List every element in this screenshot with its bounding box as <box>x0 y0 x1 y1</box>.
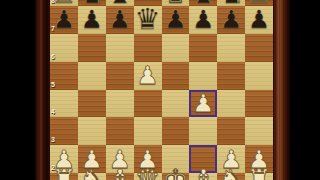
square-d3[interactable] <box>134 117 162 145</box>
rank-label-4: 4 <box>51 108 55 115</box>
rank-label-5: 5 <box>51 81 55 88</box>
white-king[interactable]: ♚ <box>162 166 188 180</box>
black-pawn[interactable]: ♟ <box>220 7 242 32</box>
square-e3[interactable] <box>162 117 190 145</box>
rank-label-6: 6 <box>51 53 55 60</box>
black-pawn[interactable]: ♟ <box>108 7 130 32</box>
square-f4[interactable]: ♟ <box>189 90 217 118</box>
square-b1[interactable]: ♞ <box>78 173 106 180</box>
square-d1[interactable]: ♛ <box>134 173 162 180</box>
square-g4[interactable] <box>217 90 245 118</box>
square-h1[interactable]: ♜ <box>245 173 273 180</box>
square-a7[interactable]: 7♟ <box>50 6 78 34</box>
square-d5[interactable]: ♟ <box>134 62 162 90</box>
square-b4[interactable] <box>78 90 106 118</box>
white-queen[interactable]: ♛ <box>135 166 161 180</box>
square-g7[interactable]: ♟ <box>217 6 245 34</box>
square-g6[interactable] <box>217 34 245 62</box>
rank-label-3: 3 <box>51 136 55 143</box>
white-knight[interactable]: ♞ <box>79 166 105 180</box>
square-a1[interactable]: 1♜ <box>50 173 78 180</box>
square-a3[interactable]: 3 <box>50 117 78 145</box>
square-e1[interactable]: ♚ <box>162 173 190 180</box>
square-g3[interactable] <box>217 117 245 145</box>
black-pawn[interactable]: ♟ <box>81 7 103 32</box>
rank-label-2: 2 <box>51 164 55 171</box>
rank-label-7: 7 <box>51 25 55 32</box>
square-g1[interactable]: ♞ <box>217 173 245 180</box>
square-b5[interactable] <box>78 62 106 90</box>
white-bishop[interactable]: ♝ <box>107 166 133 180</box>
square-e7[interactable]: ♟ <box>162 6 190 34</box>
square-a5[interactable]: 5 <box>50 62 78 90</box>
square-b6[interactable] <box>78 34 106 62</box>
square-a4[interactable]: 4 <box>50 90 78 118</box>
black-queen[interactable]: ♛ <box>135 5 161 34</box>
black-pawn[interactable]: ♟ <box>53 7 75 32</box>
square-f3[interactable] <box>189 117 217 145</box>
square-e6[interactable] <box>162 34 190 62</box>
white-bishop[interactable]: ♝ <box>190 166 216 180</box>
chess-board[interactable]: 8♜♞♝♚♝♞♜7♟♟♟♛♟♟♟♟65♟4♟32♟♟♟♟♟♟1♜♞♝♛♚♝♞♜ <box>50 0 273 180</box>
square-c1[interactable]: ♝ <box>106 173 134 180</box>
square-c3[interactable] <box>106 117 134 145</box>
square-f7[interactable]: ♟ <box>189 6 217 34</box>
black-pawn[interactable]: ♟ <box>164 7 186 32</box>
square-e4[interactable] <box>162 90 190 118</box>
square-g5[interactable] <box>217 62 245 90</box>
square-d6[interactable] <box>134 34 162 62</box>
black-pawn[interactable]: ♟ <box>192 7 214 32</box>
square-f5[interactable] <box>189 62 217 90</box>
white-pawn[interactable]: ♟ <box>136 63 158 88</box>
black-pawn[interactable]: ♟ <box>248 7 270 32</box>
square-h7[interactable]: ♟ <box>245 6 273 34</box>
square-a6[interactable]: 6 <box>50 34 78 62</box>
square-h6[interactable] <box>245 34 273 62</box>
app-background: 8♜♞♝♚♝♞♜7♟♟♟♛♟♟♟♟65♟4♟32♟♟♟♟♟♟1♜♞♝♛♚♝♞♜ <box>0 0 320 180</box>
square-c4[interactable] <box>106 90 134 118</box>
square-f1[interactable]: ♝ <box>189 173 217 180</box>
square-c7[interactable]: ♟ <box>106 6 134 34</box>
square-c5[interactable] <box>106 62 134 90</box>
square-b3[interactable] <box>78 117 106 145</box>
square-h5[interactable] <box>245 62 273 90</box>
white-knight[interactable]: ♞ <box>218 166 244 180</box>
square-e5[interactable] <box>162 62 190 90</box>
square-h3[interactable] <box>245 117 273 145</box>
rank-label-8: 8 <box>51 0 55 4</box>
square-h4[interactable] <box>245 90 273 118</box>
square-f6[interactable] <box>189 34 217 62</box>
white-rook[interactable]: ♜ <box>246 166 272 180</box>
square-d7[interactable]: ♛ <box>134 6 162 34</box>
square-b7[interactable]: ♟ <box>78 6 106 34</box>
square-d4[interactable] <box>134 90 162 118</box>
square-c6[interactable] <box>106 34 134 62</box>
white-pawn[interactable]: ♟ <box>192 91 214 116</box>
